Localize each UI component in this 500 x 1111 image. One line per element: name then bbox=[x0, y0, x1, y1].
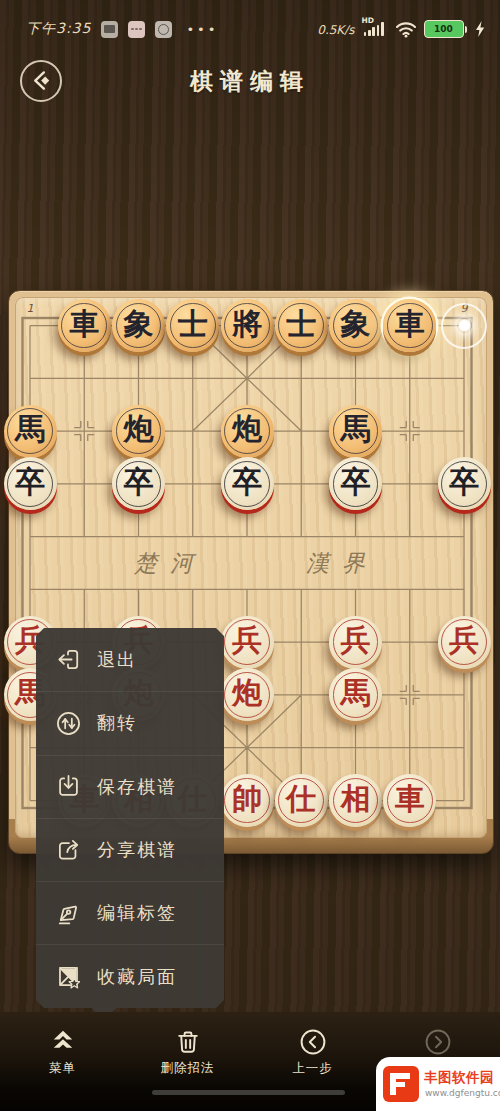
wifi-icon bbox=[395, 20, 417, 38]
piece-仕-c5r9[interactable]: 仕 bbox=[275, 774, 328, 827]
menu-item-1[interactable]: 退出 bbox=[36, 628, 224, 691]
watermark-url: www.dgfengtu.com bbox=[425, 1088, 500, 1098]
messages-app-icon bbox=[128, 21, 145, 38]
nav-item-label: 上一步 bbox=[292, 1060, 333, 1077]
piece-卒-c6r3[interactable]: 卒 bbox=[329, 457, 382, 510]
piece-將-c4r0[interactable]: 將 bbox=[221, 299, 274, 352]
clock-time: 下午3:35 bbox=[26, 20, 91, 38]
edit-popup-menu: 退出翻转保存棋谱分享棋谱编辑标签收藏局面 bbox=[36, 628, 224, 1008]
piece-馬-c6r2[interactable]: 馬 bbox=[329, 405, 382, 458]
menu-item-label: 编辑标签 bbox=[97, 901, 177, 925]
piece-炮-c4r2[interactable]: 炮 bbox=[221, 405, 274, 458]
battery-indicator: 100 bbox=[424, 20, 468, 38]
prev-step-icon bbox=[299, 1028, 327, 1056]
piece-馬-c0r2[interactable]: 馬 bbox=[4, 405, 57, 458]
piece-炮-c2r2[interactable]: 炮 bbox=[112, 405, 165, 458]
piece-車-c7r0[interactable]: 車 bbox=[383, 299, 436, 352]
clock-app-icon bbox=[155, 21, 172, 38]
menu-item-3[interactable]: 保存棋谱 bbox=[36, 755, 224, 818]
piece-帥-c4r9[interactable]: 帥 bbox=[221, 774, 274, 827]
piece-馬-c6r7[interactable]: 馬 bbox=[329, 668, 382, 721]
piece-卒-c8r3[interactable]: 卒 bbox=[438, 457, 491, 510]
network-speed: 0.5K/s bbox=[317, 23, 354, 37]
piece-卒-c2r3[interactable]: 卒 bbox=[112, 457, 165, 510]
piece-士-c5r0[interactable]: 士 bbox=[275, 299, 328, 352]
nav-item-label: 菜单 bbox=[49, 1060, 76, 1077]
share-icon bbox=[55, 837, 82, 864]
menu-item-label: 退出 bbox=[97, 648, 137, 672]
menu-item-label: 保存棋谱 bbox=[97, 775, 177, 799]
save-icon bbox=[55, 773, 82, 800]
piece-炮-c4r7[interactable]: 炮 bbox=[221, 668, 274, 721]
watermark-logo-icon bbox=[383, 1066, 419, 1102]
nav-item-label: 删除招法 bbox=[161, 1060, 215, 1077]
menu-item-5[interactable]: 编辑标签 bbox=[36, 881, 224, 944]
piece-士-c3r0[interactable]: 士 bbox=[166, 299, 219, 352]
piece-車-c1r0[interactable]: 車 bbox=[58, 299, 111, 352]
piece-兵-c8r6[interactable]: 兵 bbox=[438, 616, 491, 669]
home-indicator[interactable] bbox=[152, 1090, 345, 1095]
page-title: 棋谱编辑 bbox=[0, 66, 500, 97]
nav-menu-up[interactable]: 菜单 bbox=[0, 1012, 125, 1111]
menu-item-label: 分享棋谱 bbox=[97, 838, 177, 862]
watermark-card: 丰图软件园 www.dgfengtu.com bbox=[376, 1057, 500, 1111]
title-bar: 棋谱编辑 bbox=[0, 52, 500, 114]
status-bar: 下午3:35 ••• 0.5K/s HD 100 bbox=[0, 0, 500, 48]
edit-tag-icon bbox=[55, 900, 82, 927]
piece-相-c6r9[interactable]: 相 bbox=[329, 774, 382, 827]
screenshot-app-icon bbox=[101, 21, 118, 38]
charging-bolt-icon bbox=[474, 20, 486, 38]
piece-車-c7r9[interactable]: 車 bbox=[383, 774, 436, 827]
trash-icon bbox=[174, 1028, 202, 1056]
watermark-name: 丰图软件园 bbox=[424, 1069, 494, 1087]
cell-signal-icon: HD bbox=[362, 18, 388, 38]
piece-象-c6r0[interactable]: 象 bbox=[329, 299, 382, 352]
piece-卒-c4r3[interactable]: 卒 bbox=[221, 457, 274, 510]
piece-兵-c4r6[interactable]: 兵 bbox=[221, 616, 274, 669]
next-step-icon bbox=[424, 1028, 452, 1056]
last-move-origin-marker bbox=[441, 303, 487, 349]
more-notifications-icon: ••• bbox=[186, 22, 218, 37]
favorite-position-icon bbox=[55, 963, 82, 990]
menu-item-label: 翻转 bbox=[97, 711, 137, 735]
piece-象-c2r0[interactable]: 象 bbox=[112, 299, 165, 352]
piece-兵-c6r6[interactable]: 兵 bbox=[329, 616, 382, 669]
nav-trash[interactable]: 删除招法 bbox=[125, 1012, 250, 1111]
menu-item-6[interactable]: 收藏局面 bbox=[36, 944, 224, 1007]
menu-item-2[interactable]: 翻转 bbox=[36, 691, 224, 754]
nav-prev-step[interactable]: 上一步 bbox=[250, 1012, 375, 1111]
menu-up-icon bbox=[49, 1028, 77, 1056]
flip-icon bbox=[55, 710, 82, 737]
exit-icon bbox=[55, 646, 82, 673]
menu-item-4[interactable]: 分享棋谱 bbox=[36, 818, 224, 881]
menu-item-label: 收藏局面 bbox=[97, 965, 177, 989]
piece-卒-c0r3[interactable]: 卒 bbox=[4, 457, 57, 510]
